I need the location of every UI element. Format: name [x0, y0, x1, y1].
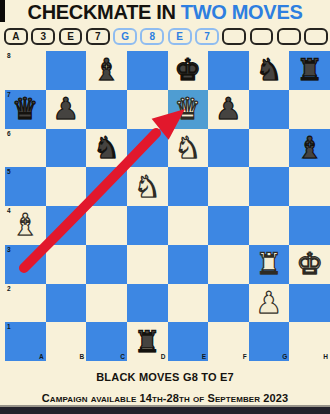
square-a6[interactable]: 6 — [5, 129, 46, 168]
square-b2[interactable] — [46, 284, 87, 323]
title-prefix: CHECKMATE IN — [28, 1, 176, 23]
file-label-b: B — [80, 353, 85, 360]
piece-black-knight-c6[interactable]: ♞ — [86, 129, 127, 168]
piece-black-king-e8[interactable]: ♚ — [168, 51, 209, 90]
answer-tile-7: E — [168, 28, 192, 45]
square-d4[interactable] — [127, 206, 168, 245]
rank-label-5: 5 — [7, 168, 11, 175]
square-c3[interactable] — [86, 245, 127, 284]
square-c2[interactable] — [86, 284, 127, 323]
square-b1[interactable]: B — [46, 322, 87, 361]
square-b7[interactable]: ♟ — [46, 90, 87, 129]
square-b5[interactable] — [46, 167, 87, 206]
answer-tile-6: 8 — [140, 28, 164, 45]
square-f5[interactable] — [208, 167, 249, 206]
square-c6[interactable]: ♞ — [86, 129, 127, 168]
rank-label-2: 2 — [7, 285, 11, 292]
piece-black-rook-h8[interactable]: ♜ — [289, 51, 330, 90]
square-h5[interactable] — [289, 167, 330, 206]
square-h3[interactable]: ♚ — [289, 245, 330, 284]
square-d2[interactable] — [127, 284, 168, 323]
square-f6[interactable] — [208, 129, 249, 168]
file-label-h: H — [323, 353, 328, 360]
square-f3[interactable] — [208, 245, 249, 284]
rank-label-1: 1 — [7, 323, 11, 330]
campaign-caption: Campaign available 14th-28th of Septembe… — [0, 392, 330, 404]
puzzle-page: CHECKMATE INTWO MOVES A3E7G8E7 8♝♚♞♜7♛♟♛… — [0, 0, 330, 414]
file-label-f: F — [243, 353, 247, 360]
square-c8[interactable]: ♝ — [86, 51, 127, 90]
answer-tile-4: 7 — [86, 28, 110, 45]
piece-black-knight-g8[interactable]: ♞ — [249, 51, 290, 90]
square-h6[interactable]: ♝ — [289, 129, 330, 168]
piece-white-king-h3[interactable]: ♚ — [289, 245, 330, 284]
square-b8[interactable] — [46, 51, 87, 90]
square-d8[interactable] — [127, 51, 168, 90]
piece-white-bishop-a4[interactable]: ♝ — [5, 206, 46, 245]
rank-label-3: 3 — [7, 246, 11, 253]
answer-tile-11 — [277, 28, 301, 45]
square-d3[interactable] — [127, 245, 168, 284]
title-highlight: TWO MOVES — [181, 1, 303, 23]
square-a7[interactable]: 7♛ — [5, 90, 46, 129]
square-e5[interactable] — [168, 167, 209, 206]
piece-white-rook-g3[interactable]: ♜ — [249, 245, 290, 284]
square-h8[interactable]: ♜ — [289, 51, 330, 90]
square-g5[interactable] — [249, 167, 290, 206]
square-a2[interactable]: 2 — [5, 284, 46, 323]
file-label-a: A — [39, 353, 44, 360]
square-g2[interactable]: ♟ — [249, 284, 290, 323]
piece-white-knight-d5[interactable]: ♞ — [127, 167, 168, 206]
square-d6[interactable] — [127, 129, 168, 168]
square-e1[interactable]: E — [168, 322, 209, 361]
square-e2[interactable] — [168, 284, 209, 323]
square-g8[interactable]: ♞ — [249, 51, 290, 90]
square-d7[interactable] — [127, 90, 168, 129]
square-d5[interactable]: ♞ — [127, 167, 168, 206]
square-b6[interactable] — [46, 129, 87, 168]
answer-tile-row: A3E7G8E7 — [4, 27, 328, 46]
piece-black-pawn-b7[interactable]: ♟ — [46, 90, 87, 129]
piece-black-pawn-f7[interactable]: ♟ — [208, 90, 249, 129]
square-g1[interactable]: G — [249, 322, 290, 361]
piece-white-knight-e6[interactable]: ♞ — [168, 129, 209, 168]
square-h1[interactable]: H — [289, 322, 330, 361]
square-g6[interactable] — [249, 129, 290, 168]
square-e7[interactable]: ♛ — [168, 90, 209, 129]
square-f7[interactable]: ♟ — [208, 90, 249, 129]
square-c4[interactable] — [86, 206, 127, 245]
file-label-g: G — [282, 353, 287, 360]
square-a3[interactable]: 3 — [5, 245, 46, 284]
file-label-c: C — [120, 353, 125, 360]
square-g4[interactable] — [249, 206, 290, 245]
square-a8[interactable]: 8 — [5, 51, 46, 90]
move-caption: BLACK MOVES G8 TO E7 — [0, 371, 330, 383]
answer-tile-10 — [250, 28, 274, 45]
square-e6[interactable]: ♞ — [168, 129, 209, 168]
corner-strip — [0, 0, 5, 22]
square-h4[interactable] — [289, 206, 330, 245]
square-h2[interactable] — [289, 284, 330, 323]
answer-tile-3: E — [59, 28, 83, 45]
square-b3[interactable] — [46, 245, 87, 284]
square-e4[interactable] — [168, 206, 209, 245]
answer-tile-8: 7 — [195, 28, 219, 45]
square-f8[interactable] — [208, 51, 249, 90]
square-f1[interactable]: F — [208, 322, 249, 361]
file-label-e: E — [202, 353, 206, 360]
piece-white-pawn-g2[interactable]: ♟ — [249, 284, 290, 323]
square-h7[interactable] — [289, 90, 330, 129]
chess-board: 8♝♚♞♜7♛♟♛♟6♞♞♝5♞4♝3♜♚2♟1ABCD♜EFGH — [5, 51, 330, 361]
square-a5[interactable]: 5 — [5, 167, 46, 206]
rank-label-6: 6 — [7, 130, 11, 137]
piece-black-bishop-h6[interactable]: ♝ — [289, 129, 330, 168]
square-a1[interactable]: 1A — [5, 322, 46, 361]
square-g3[interactable]: ♜ — [249, 245, 290, 284]
piece-black-bishop-c8[interactable]: ♝ — [86, 51, 127, 90]
square-f2[interactable] — [208, 284, 249, 323]
square-d1[interactable]: D♜ — [127, 322, 168, 361]
square-e8[interactable]: ♚ — [168, 51, 209, 90]
answer-tile-9 — [222, 28, 246, 45]
page-title: CHECKMATE INTWO MOVES — [0, 1, 330, 24]
bottom-bar — [0, 405, 330, 414]
square-b4[interactable] — [46, 206, 87, 245]
piece-black-rook-d1[interactable]: ♜ — [127, 322, 168, 361]
square-e3[interactable] — [168, 245, 209, 284]
answer-tile-5: G — [113, 28, 137, 45]
answer-tile-12 — [304, 28, 328, 45]
square-a4[interactable]: 4♝ — [5, 206, 46, 245]
answer-tile-1: A — [4, 28, 28, 45]
square-c1[interactable]: C — [86, 322, 127, 361]
square-g7[interactable] — [249, 90, 290, 129]
piece-white-queen-e7[interactable]: ♛ — [168, 90, 209, 129]
rank-label-8: 8 — [7, 52, 11, 59]
square-f4[interactable] — [208, 206, 249, 245]
piece-black-queen-a7[interactable]: ♛ — [5, 90, 46, 129]
square-c7[interactable] — [86, 90, 127, 129]
square-c5[interactable] — [86, 167, 127, 206]
answer-tile-2: 3 — [31, 28, 55, 45]
